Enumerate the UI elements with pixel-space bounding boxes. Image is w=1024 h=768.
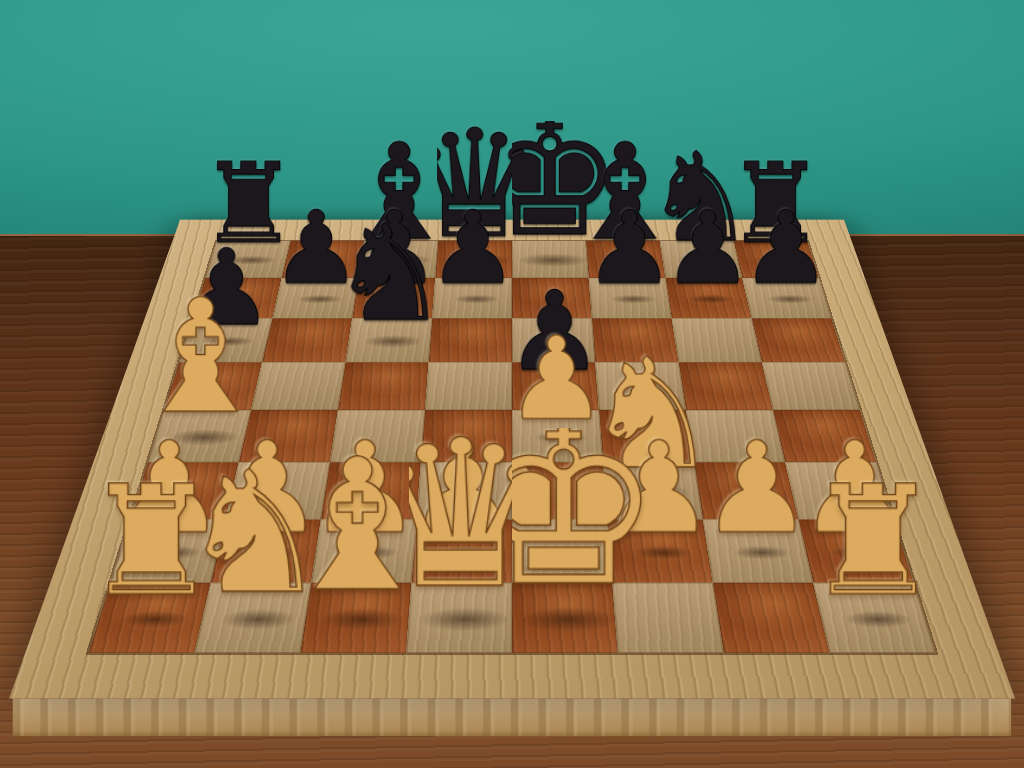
white-king-e1[interactable]: ♚ bbox=[512, 427, 615, 617]
black-pawn-g7[interactable]: ♟ bbox=[669, 154, 747, 298]
board-front-edge bbox=[13, 699, 1011, 737]
pieces-layer: ♜♝♛♚♝♞♜♟♟♟♟♟♟♟♞♟♝♟♞♟♟♟♟♟♟♟♜♞♝♛♚♜ bbox=[9, 220, 1015, 699]
board-perspective-wrapper: ♜♝♛♚♝♞♜♟♟♟♟♟♟♟♞♟♝♟♞♟♟♟♟♟♟♟♜♞♝♛♚♜ bbox=[112, 10, 912, 768]
white-rook-h1[interactable]: ♜ bbox=[821, 427, 924, 617]
black-pawn-h7[interactable]: ♟ bbox=[747, 154, 825, 298]
black-knight-c6[interactable]: ♞ bbox=[349, 190, 431, 340]
chess-board: ♜♝♛♚♝♞♜♟♟♟♟♟♟♟♞♟♝♟♞♟♟♟♟♟♟♟♜♞♝♛♚♜ bbox=[9, 220, 1015, 699]
chess-photo-scene: ♜♝♛♚♝♞♜♟♟♟♟♟♟♟♞♟♝♟♞♟♟♟♟♟♟♟♜♞♝♛♚♜ bbox=[0, 0, 1024, 768]
white-pawn-g2[interactable]: ♟ bbox=[708, 370, 806, 550]
